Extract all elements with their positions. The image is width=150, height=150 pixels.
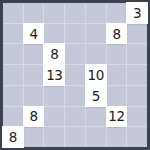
- empty-cell-r2c1[interactable]: [3, 24, 23, 44]
- empty-cell-r5c7[interactable]: [127, 86, 147, 106]
- empty-cell-r5c3[interactable]: [44, 86, 64, 106]
- empty-cell-r2c3[interactable]: [44, 24, 64, 44]
- empty-cell-r2c4[interactable]: [65, 24, 85, 44]
- empty-cell-r1c4[interactable]: [65, 3, 85, 23]
- empty-cell-r6c7[interactable]: [127, 107, 147, 127]
- clue-cell-r4c5: 10: [86, 65, 106, 85]
- clue-cell-r2c6: 8: [107, 24, 127, 44]
- empty-cell-r5c6[interactable]: [107, 86, 127, 106]
- empty-cell-r2c5[interactable]: [86, 24, 106, 44]
- empty-cell-r7c6[interactable]: [107, 127, 127, 147]
- empty-cell-r3c4[interactable]: [65, 44, 85, 64]
- empty-cell-r5c1[interactable]: [3, 86, 23, 106]
- empty-cell-r4c1[interactable]: [3, 65, 23, 85]
- puzzle-board: 3488131058128: [0, 0, 150, 150]
- clue-cell-r6c6: 12: [107, 107, 127, 127]
- empty-cell-r1c2[interactable]: [24, 3, 44, 23]
- clue-cell-r1c7: 3: [127, 3, 147, 23]
- empty-cell-r5c4[interactable]: [65, 86, 85, 106]
- clue-cell-r3c3: 8: [44, 44, 64, 64]
- empty-cell-r1c3[interactable]: [44, 3, 64, 23]
- empty-cell-r4c6[interactable]: [107, 65, 127, 85]
- clue-cell-r6c2: 8: [24, 107, 44, 127]
- empty-cell-r7c5[interactable]: [86, 127, 106, 147]
- clue-cell-r4c3: 13: [44, 65, 64, 85]
- empty-cell-r3c7[interactable]: [127, 44, 147, 64]
- empty-cell-r2c7[interactable]: [127, 24, 147, 44]
- empty-cell-r7c2[interactable]: [24, 127, 44, 147]
- empty-cell-r3c1[interactable]: [3, 44, 23, 64]
- empty-cell-r4c2[interactable]: [24, 65, 44, 85]
- empty-cell-r7c4[interactable]: [65, 127, 85, 147]
- empty-cell-r6c4[interactable]: [65, 107, 85, 127]
- empty-cell-r6c5[interactable]: [86, 107, 106, 127]
- empty-cell-r4c4[interactable]: [65, 65, 85, 85]
- empty-cell-r1c5[interactable]: [86, 3, 106, 23]
- empty-cell-r3c6[interactable]: [107, 44, 127, 64]
- clue-cell-r7c1: 8: [3, 127, 23, 147]
- clue-cell-r5c5: 5: [86, 86, 106, 106]
- empty-cell-r1c1[interactable]: [3, 3, 23, 23]
- empty-cell-r7c7[interactable]: [127, 127, 147, 147]
- clue-cell-r2c2: 4: [24, 24, 44, 44]
- empty-cell-r3c5[interactable]: [86, 44, 106, 64]
- empty-cell-r3c2[interactable]: [24, 44, 44, 64]
- empty-cell-r6c1[interactable]: [3, 107, 23, 127]
- empty-cell-r6c3[interactable]: [44, 107, 64, 127]
- empty-cell-r5c2[interactable]: [24, 86, 44, 106]
- empty-cell-r1c6[interactable]: [107, 3, 127, 23]
- empty-cell-r4c7[interactable]: [127, 65, 147, 85]
- empty-cell-r7c3[interactable]: [44, 127, 64, 147]
